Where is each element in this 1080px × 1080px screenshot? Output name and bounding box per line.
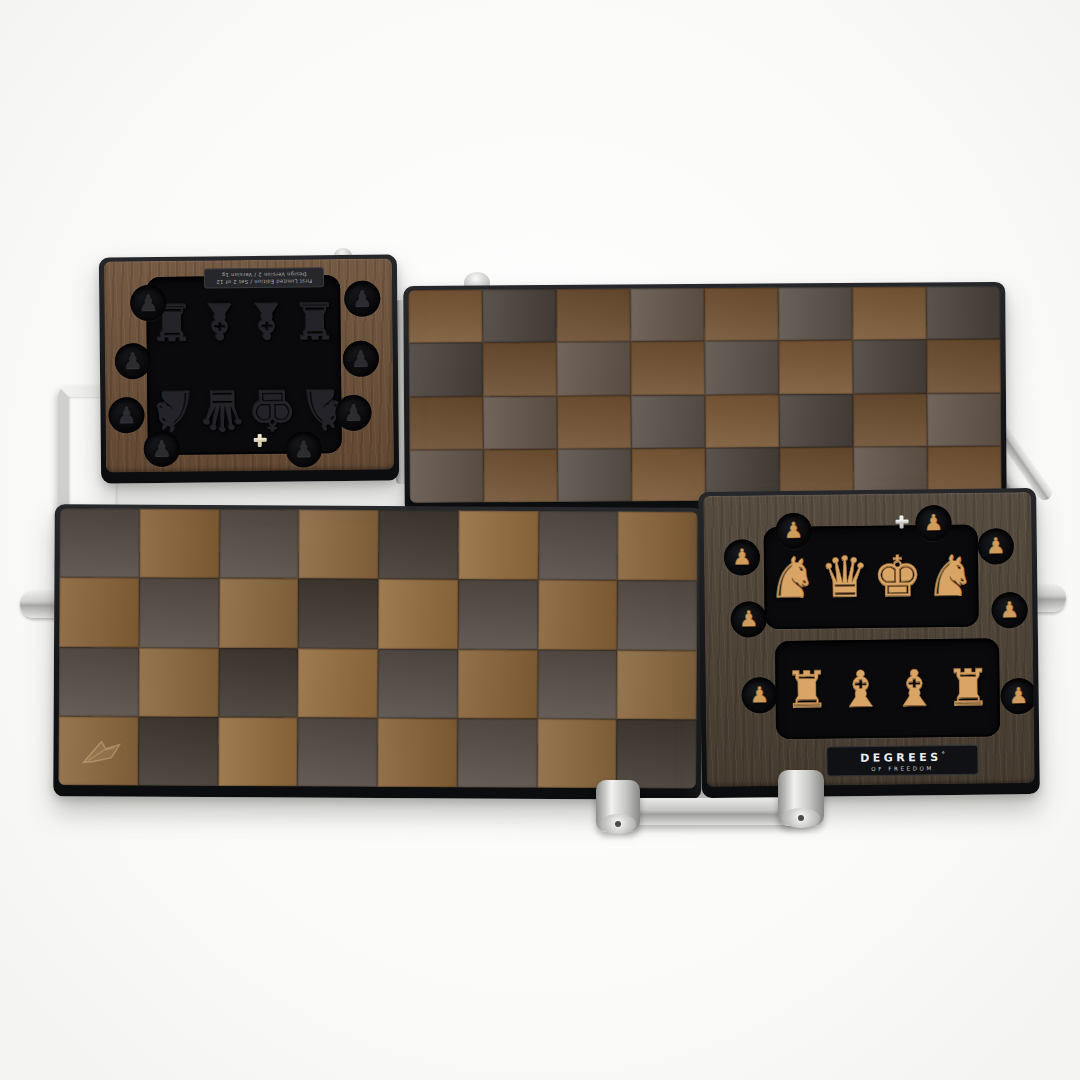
black-pawn: ♟ bbox=[123, 350, 143, 372]
board-square-light bbox=[458, 510, 538, 580]
light-pawn: ♟ bbox=[750, 684, 770, 706]
board-square-dark bbox=[538, 511, 618, 581]
table-surface: ♜♝♝♜ ♞♛♚♞ First Limited Edition / Set 2 … bbox=[0, 0, 1080, 1080]
board-square-light bbox=[631, 448, 705, 502]
light-pawn: ♟ bbox=[986, 535, 1006, 557]
brand-line2: OF FREEDOM bbox=[828, 764, 978, 772]
fold-hinge-pivot-right bbox=[778, 770, 824, 826]
board-square-light bbox=[617, 650, 697, 720]
board-square-dark bbox=[218, 648, 298, 718]
pawn-hole: ♟ bbox=[130, 285, 166, 321]
board-square-dark bbox=[409, 343, 483, 397]
board-square-dark bbox=[705, 341, 779, 395]
fold-hinge-pivot-left bbox=[596, 780, 640, 832]
board-square-dark bbox=[378, 649, 458, 719]
board-square-dark bbox=[457, 718, 537, 788]
pawn-hole: ♟ bbox=[978, 528, 1014, 564]
board-square-dark bbox=[458, 580, 538, 650]
board-square-light bbox=[852, 286, 926, 340]
pawn-hole: ♟ bbox=[991, 592, 1027, 628]
board-square-light bbox=[618, 511, 698, 581]
black-pawn: ♟ bbox=[116, 404, 136, 426]
board-square-light bbox=[927, 339, 1001, 393]
board-square-dark bbox=[779, 393, 853, 447]
board-square-dark bbox=[139, 578, 219, 648]
board-square-light bbox=[139, 509, 219, 579]
pawn-hole: ♟ bbox=[741, 677, 777, 713]
board-square-light bbox=[557, 395, 631, 449]
light-rook: ♜ bbox=[784, 664, 829, 715]
edition-line2: Design Version 2 / Version 1g bbox=[209, 270, 319, 278]
pawn-hole: ♟ bbox=[144, 431, 180, 467]
board-square-light bbox=[299, 510, 379, 580]
board-square-light bbox=[457, 649, 537, 719]
black-pieces-tray: ♜♝♝♜ ♞♛♚♞ First Limited Edition / Set 2 … bbox=[99, 254, 399, 483]
board-square-dark bbox=[778, 287, 852, 341]
board-square-light bbox=[59, 578, 139, 648]
light-tray-bottom-row: ♜♝♝♜ bbox=[775, 638, 1000, 739]
light-pawn-holes bbox=[703, 492, 1031, 496]
board-square-dark bbox=[378, 510, 458, 580]
black-king-cross-finial bbox=[258, 434, 262, 447]
board-half-lower bbox=[53, 504, 703, 799]
edition-label: First Limited Edition / Set 2 of 12 Desi… bbox=[204, 267, 324, 288]
pawn-hole: ♟ bbox=[115, 343, 151, 379]
black-pawn: ♟ bbox=[351, 348, 371, 370]
light-pawn: ♟ bbox=[924, 512, 944, 534]
board-square-dark bbox=[853, 340, 927, 394]
board-square-dark bbox=[298, 717, 378, 787]
board-square-dark bbox=[631, 395, 705, 449]
board-square-light bbox=[378, 579, 458, 649]
board-square-light bbox=[218, 717, 298, 787]
board-square-dark bbox=[926, 286, 1000, 340]
board-square-light bbox=[408, 290, 482, 344]
pawn-hole: ♟ bbox=[108, 397, 144, 433]
black-pawn: ♟ bbox=[138, 292, 158, 314]
pawn-hole: ♟ bbox=[724, 539, 760, 575]
black-pawn: ♟ bbox=[152, 438, 172, 460]
board-square-light bbox=[409, 396, 483, 450]
board-square-dark bbox=[59, 647, 139, 717]
black-queen: ♛ bbox=[197, 382, 248, 439]
board-square-dark bbox=[138, 716, 218, 786]
light-pawn: ♟ bbox=[739, 608, 759, 630]
black-knight: ♞ bbox=[147, 382, 198, 439]
brand-label: DEGREES° OF FREEDOM bbox=[826, 745, 978, 777]
brand-line1: DEGREES° bbox=[827, 750, 977, 765]
board-square-dark bbox=[219, 509, 299, 579]
maker-logo-engraving bbox=[80, 735, 122, 769]
pawn-hole: ♟ bbox=[1000, 678, 1034, 714]
light-pieces-tray: ♞♛♚♞ ♜♝♝♜ DEGREES° OF FREEDOM ♟♟♟♟♟♟♟♟ bbox=[698, 488, 1040, 798]
board-square-dark bbox=[927, 392, 1001, 446]
board-square-light bbox=[556, 289, 630, 343]
hinge-pin-left bbox=[20, 590, 58, 618]
black-rook: ♜ bbox=[292, 295, 337, 345]
board-square-dark bbox=[482, 289, 556, 343]
board-square-light bbox=[704, 287, 778, 341]
board-square-dark bbox=[630, 288, 704, 342]
black-pawn: ♟ bbox=[294, 438, 314, 460]
board-square-light bbox=[138, 647, 218, 717]
black-tray-wood: ♜♝♝♜ ♞♛♚♞ First Limited Edition / Set 2 … bbox=[104, 258, 394, 472]
light-queen: ♛ bbox=[819, 549, 870, 606]
light-tray-wood: ♞♛♚♞ ♜♝♝♜ DEGREES° OF FREEDOM ♟♟♟♟♟♟♟♟ bbox=[703, 492, 1035, 787]
pawn-hole: ♟ bbox=[344, 281, 380, 317]
light-rook: ♜ bbox=[945, 663, 990, 714]
light-pawn: ♟ bbox=[732, 546, 752, 568]
pawn-hole: ♟ bbox=[343, 341, 379, 377]
black-tray-top-slot: ♜♝♝♜ bbox=[146, 275, 341, 366]
light-king: ♚ bbox=[872, 548, 923, 605]
light-pawn: ♟ bbox=[784, 520, 804, 542]
board-square-light bbox=[538, 580, 618, 650]
board-square-dark bbox=[298, 579, 378, 649]
board-half-upper-wood bbox=[408, 286, 1001, 503]
light-king-cross-finial bbox=[899, 516, 903, 529]
board-square-light bbox=[377, 718, 457, 788]
board-square-dark bbox=[617, 581, 697, 651]
board-half-upper bbox=[403, 282, 1007, 514]
pawn-hole: ♟ bbox=[286, 431, 322, 467]
light-knight: ♞ bbox=[766, 550, 817, 607]
black-bishop: ♝ bbox=[245, 295, 290, 345]
light-tray-bottom-slot: ♜♝♝♜ bbox=[775, 638, 1000, 739]
board-square-dark bbox=[409, 449, 483, 503]
light-knight: ♞ bbox=[925, 548, 976, 605]
black-pawn-holes bbox=[104, 258, 392, 261]
board-square-light bbox=[483, 449, 557, 503]
light-bishop: ♝ bbox=[838, 664, 883, 715]
board-grid-upper bbox=[408, 286, 1001, 503]
board-square-dark bbox=[59, 508, 139, 578]
edition-line1: First Limited Edition / Set 2 of 12 bbox=[209, 277, 319, 285]
board-square-light bbox=[705, 394, 779, 448]
board-half-lower-wood bbox=[58, 508, 697, 788]
board-grid-lower bbox=[58, 508, 697, 788]
pawn-hole: ♟ bbox=[915, 505, 951, 541]
black-pawn: ♟ bbox=[352, 288, 372, 310]
board-square-light bbox=[219, 578, 299, 648]
board-square-light bbox=[537, 719, 617, 789]
board-square-light bbox=[298, 648, 378, 718]
board-square-dark bbox=[537, 649, 617, 719]
board-square-light bbox=[483, 342, 557, 396]
board-square-light bbox=[853, 393, 927, 447]
pawn-hole: ♟ bbox=[335, 395, 371, 431]
black-king: ♚ bbox=[248, 381, 299, 438]
black-tray-recess: ♜♝♝♜ ♞♛♚♞ bbox=[146, 275, 342, 455]
board-square-dark bbox=[557, 448, 631, 502]
light-bishop: ♝ bbox=[892, 663, 937, 714]
board-square-light bbox=[779, 340, 853, 394]
light-pawn: ♟ bbox=[1009, 685, 1029, 707]
light-pawn: ♟ bbox=[1000, 599, 1020, 621]
board-square-light bbox=[631, 341, 705, 395]
board-square-dark bbox=[483, 396, 557, 450]
pawn-hole: ♟ bbox=[730, 601, 766, 637]
black-bishop: ♝ bbox=[197, 296, 242, 346]
board-square-dark bbox=[557, 342, 631, 396]
black-pawn: ♟ bbox=[343, 402, 363, 424]
board-square-dark bbox=[617, 719, 697, 789]
